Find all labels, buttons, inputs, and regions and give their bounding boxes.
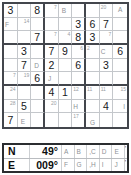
given-digit: 3	[103, 60, 109, 71]
cell-r5c1[interactable]	[4, 59, 18, 73]
cell-r3c6[interactable]: 8	[72, 31, 86, 45]
cell-r6c8[interactable]	[100, 72, 114, 86]
cell-r2c9[interactable]	[113, 18, 127, 32]
given-digit: 6	[89, 19, 95, 30]
cell-r2c5[interactable]	[59, 18, 73, 32]
cell-r8c6[interactable]: H	[72, 100, 86, 114]
given-digit: 2	[48, 60, 54, 71]
corner-mark: 11	[101, 87, 106, 92]
corner-mark: 7	[109, 32, 112, 37]
cell-r7c1[interactable]: 24	[4, 86, 18, 100]
cell-r2c1[interactable]: F	[4, 18, 18, 32]
given-digit: 7	[21, 60, 27, 71]
formula-slot: A	[62, 145, 75, 158]
cell-r5c5[interactable]	[59, 59, 73, 73]
cell-r7c9[interactable]: 15	[113, 86, 127, 100]
letter-label-G: G	[90, 120, 95, 127]
given-digit: 1	[62, 87, 68, 98]
cell-r2c2[interactable]: 14	[18, 18, 32, 32]
given-digit: 5	[21, 101, 27, 112]
cell-r8c1[interactable]: 28	[4, 100, 18, 114]
cell-r3c4[interactable]: 7	[45, 31, 59, 45]
cell-r8c3[interactable]	[31, 100, 45, 114]
given-digit: 6	[34, 73, 40, 84]
corner-mark: 7	[13, 73, 16, 78]
cell-r5c6[interactable]: 6	[72, 59, 86, 73]
hemisphere-label: N	[4, 145, 30, 158]
cell-r9c1[interactable]: 7	[4, 113, 18, 127]
degrees-value: 009°	[30, 159, 62, 172]
formula-slot: ,C	[87, 145, 100, 158]
corner-mark: 14	[24, 19, 30, 24]
corner-mark: 12	[73, 87, 79, 92]
cell-r6c5[interactable]	[59, 72, 73, 86]
minute-tick-cell: '	[125, 145, 127, 158]
cell-r9c2[interactable]: E	[18, 113, 32, 127]
cell-r4c7[interactable]: 2	[86, 45, 100, 59]
corner-mark: 15	[120, 87, 126, 92]
cell-r5c4[interactable]: 2	[45, 59, 59, 73]
formula-slot: J	[112, 159, 125, 172]
letter-label-I: I	[123, 103, 125, 110]
cell-r6c7[interactable]	[86, 72, 100, 86]
cell-r5c9[interactable]	[113, 59, 127, 73]
cell-r8c9[interactable]: I	[113, 100, 127, 114]
cell-r1c4[interactable]: 7	[45, 4, 59, 18]
minute-tick-cell: '	[125, 159, 127, 172]
cell-r9c5[interactable]	[59, 113, 73, 127]
cell-r9c9[interactable]	[113, 113, 127, 127]
cell-r2c4[interactable]	[45, 18, 59, 32]
letter-label-B: B	[62, 8, 66, 15]
given-digit: 6	[75, 60, 81, 71]
formula-slot: E	[112, 145, 125, 158]
cell-r6c6[interactable]	[72, 72, 86, 86]
letter-label-D: D	[34, 63, 39, 70]
cell-r7c8[interactable]: 11	[100, 86, 114, 100]
cell-r4c6[interactable]: 6	[72, 45, 86, 59]
cell-r4c5[interactable]: 9	[59, 45, 73, 59]
cell-r3c2[interactable]	[18, 31, 32, 45]
corner-mark: 19	[24, 73, 30, 78]
cell-r8c4[interactable]: 20	[45, 100, 59, 114]
cell-r2c8[interactable]: 7	[100, 18, 114, 32]
given-digit: 9	[62, 46, 68, 57]
letter-label-H: H	[73, 103, 78, 110]
cell-r1c5[interactable]: B	[59, 4, 73, 18]
given-digit: 7	[34, 32, 40, 43]
given-digit: 7	[48, 46, 54, 57]
given-digit: 4	[103, 101, 109, 112]
cell-r1c8[interactable]: 20	[100, 4, 114, 18]
cell-r5c3[interactable]: D	[31, 59, 45, 73]
cell-r3c9[interactable]	[113, 31, 127, 45]
cell-r4c4[interactable]: 7	[45, 45, 59, 59]
given-digit: 3	[21, 46, 27, 57]
cell-r3c3[interactable]: 7	[31, 31, 45, 45]
cell-r4c2[interactable]: 3	[18, 45, 32, 59]
cell-r4c3[interactable]	[31, 45, 45, 59]
given-digit: 8	[34, 5, 40, 16]
minute-mark: '	[125, 145, 126, 152]
cell-r7c2[interactable]	[18, 86, 32, 100]
cell-r6c1[interactable]: 7	[4, 72, 18, 86]
cell-r1c9[interactable]: A	[113, 4, 127, 18]
corner-mark: 17	[73, 114, 79, 119]
cell-r1c2[interactable]	[18, 4, 32, 18]
cell-r3c8[interactable]: 7	[100, 31, 114, 45]
formula-row-north: N 49° A B ,C D E '	[4, 145, 127, 159]
given-digit: 8	[75, 32, 81, 43]
corner-mark: 20	[51, 101, 57, 106]
formula-slot: ,H	[87, 159, 100, 172]
cell-r9c6[interactable]: 17	[72, 113, 86, 127]
cell-r6c2[interactable]: 19	[18, 72, 32, 86]
given-digit: 4	[48, 87, 54, 98]
cell-r1c3[interactable]: 8	[31, 4, 45, 18]
corner-mark: 7	[54, 32, 57, 37]
cell-r6c9[interactable]	[113, 72, 127, 86]
cell-r8c8[interactable]: 4	[100, 100, 114, 114]
cell-r1c1[interactable]: 3	[4, 4, 18, 18]
corner-mark: 7	[54, 5, 57, 10]
cell-r9c8[interactable]	[100, 113, 114, 127]
cell-r6c3[interactable]: 6	[31, 72, 45, 86]
cell-r2c7[interactable]: 6	[86, 18, 100, 32]
cell-r8c7[interactable]	[86, 100, 100, 114]
degrees-value: 49°	[30, 145, 62, 158]
cell-r4c8[interactable]: C	[100, 45, 114, 59]
given-digit: 3	[75, 19, 81, 30]
cell-r7c6[interactable]: 12	[72, 86, 86, 100]
sudoku-board: 387B20AF1436777483737962C67D2637196J2441…	[2, 2, 129, 129]
given-digit: 6	[117, 46, 123, 57]
cell-r3c5[interactable]: 4	[59, 31, 73, 45]
cell-r4c9[interactable]: 6	[113, 45, 127, 59]
formula-slot: D	[100, 145, 113, 158]
cell-r1c6[interactable]	[72, 4, 86, 18]
formula-row-east: E 009° F G ,H I J '	[4, 159, 127, 172]
letter-label-J: J	[48, 76, 51, 83]
hemisphere-label: E	[4, 159, 30, 172]
corner-mark: 4	[68, 32, 71, 37]
cell-r9c3[interactable]	[31, 113, 45, 127]
cell-r3c7[interactable]: 3	[86, 31, 100, 45]
letter-label-F: F	[5, 21, 9, 28]
cell-r9c4[interactable]	[45, 113, 59, 127]
corner-mark: 24	[10, 87, 16, 92]
corner-mark: 11	[87, 87, 92, 92]
cell-r7c5[interactable]: 1	[59, 86, 73, 100]
given-digit: 3	[89, 32, 95, 43]
formula-slot: G	[75, 159, 88, 172]
cell-r2c3[interactable]	[31, 18, 45, 32]
cell-r8c2[interactable]: 5	[18, 100, 32, 114]
letter-label-A: A	[118, 8, 122, 15]
cell-r7c3[interactable]	[31, 86, 45, 100]
given-digit: 7	[103, 19, 109, 30]
corner-mark: 28	[10, 101, 16, 106]
cell-r6c4[interactable]: J	[45, 72, 59, 86]
formula-slot: F	[62, 159, 75, 172]
cell-r5c7[interactable]	[86, 59, 100, 73]
corner-mark: 2	[87, 46, 90, 51]
given-digit: 3	[7, 5, 13, 16]
minute-mark: '	[125, 159, 126, 166]
cell-r9c7[interactable]: G	[86, 113, 100, 127]
letter-label-C: C	[101, 49, 106, 56]
cell-r5c2[interactable]: 7	[18, 59, 32, 73]
given-digit: 7	[7, 115, 13, 126]
coordinate-formula-table: N 49° A B ,C D E ' E 009° F G ,H I J '	[2, 143, 129, 173]
letter-label-E: E	[21, 119, 25, 126]
cell-r1c7[interactable]	[86, 4, 100, 18]
cell-r8c5[interactable]	[59, 100, 73, 114]
corner-mark: 6	[80, 46, 83, 51]
formula-slot: B	[75, 145, 88, 158]
cell-r5c8[interactable]: 3	[100, 59, 114, 73]
cell-r4c1[interactable]	[4, 45, 18, 59]
corner-mark: 20	[101, 5, 107, 10]
cell-r7c7[interactable]: 11	[86, 86, 100, 100]
formula-slot: I	[100, 159, 113, 172]
cell-r2c6[interactable]: 3	[72, 18, 86, 32]
cell-r7c4[interactable]: 4	[45, 86, 59, 100]
cell-r3c1[interactable]	[4, 31, 18, 45]
